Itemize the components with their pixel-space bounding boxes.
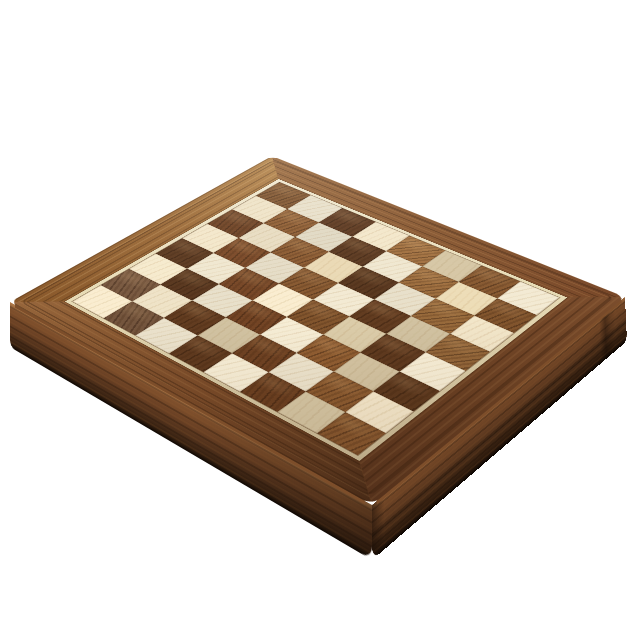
scene: Flat wooden chessboard box (dark sheesha… — [0, 0, 640, 640]
board-top — [10, 156, 625, 505]
scene-description: Flat wooden chessboard box (dark sheesha… — [0, 0, 1, 1]
